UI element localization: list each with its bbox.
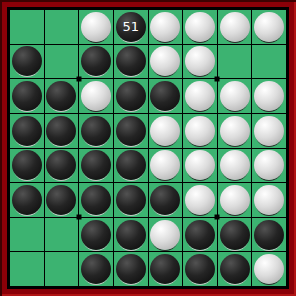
cell-d7[interactable]: [114, 218, 148, 252]
white-disc: [220, 12, 250, 42]
white-disc: [185, 81, 215, 111]
cell-d3[interactable]: [114, 79, 148, 113]
black-disc: [116, 46, 146, 76]
cell-f2[interactable]: [183, 45, 217, 79]
white-disc: [254, 254, 284, 284]
cell-g8[interactable]: [218, 252, 252, 286]
black-disc: [185, 220, 215, 250]
cell-f4[interactable]: [183, 114, 217, 148]
cell-e4[interactable]: [149, 114, 183, 148]
black-disc: [81, 220, 111, 250]
white-disc: [254, 150, 284, 180]
cell-b6[interactable]: [45, 183, 79, 217]
white-disc: [150, 116, 180, 146]
cell-d1[interactable]: 51: [114, 10, 148, 44]
cell-b2[interactable]: [45, 45, 79, 79]
black-disc: [46, 81, 76, 111]
cell-h2[interactable]: [252, 45, 286, 79]
white-disc: [254, 116, 284, 146]
white-disc: [81, 12, 111, 42]
black-disc: [220, 254, 250, 284]
cell-a8[interactable]: [10, 252, 44, 286]
star-point: [77, 77, 82, 82]
cell-c2[interactable]: [79, 45, 113, 79]
white-disc: [185, 185, 215, 215]
black-disc: [12, 116, 42, 146]
cell-a7[interactable]: [10, 218, 44, 252]
black-disc: [46, 116, 76, 146]
white-disc: [150, 46, 180, 76]
black-disc: [81, 116, 111, 146]
cell-f1[interactable]: [183, 10, 217, 44]
black-disc: [116, 150, 146, 180]
black-disc: [81, 46, 111, 76]
cell-f6[interactable]: [183, 183, 217, 217]
cell-c4[interactable]: [79, 114, 113, 148]
black-disc: [12, 46, 42, 76]
cell-g6[interactable]: [218, 183, 252, 217]
cell-b4[interactable]: [45, 114, 79, 148]
black-disc: [46, 185, 76, 215]
cell-e1[interactable]: [149, 10, 183, 44]
white-disc: [254, 12, 284, 42]
cell-f7[interactable]: [183, 218, 217, 252]
black-disc: [220, 220, 250, 250]
cell-c6[interactable]: [79, 183, 113, 217]
black-disc: [150, 254, 180, 284]
white-disc: [220, 116, 250, 146]
black-disc: [116, 254, 146, 284]
cell-e5[interactable]: [149, 149, 183, 183]
black-disc: [81, 150, 111, 180]
cell-g4[interactable]: [218, 114, 252, 148]
cell-f3[interactable]: [183, 79, 217, 113]
cell-h8[interactable]: [252, 252, 286, 286]
cell-g1[interactable]: [218, 10, 252, 44]
cell-b3[interactable]: [45, 79, 79, 113]
black-disc: [81, 185, 111, 215]
black-disc: 51: [116, 12, 146, 42]
cell-g7[interactable]: [218, 218, 252, 252]
cell-d5[interactable]: [114, 149, 148, 183]
star-point: [215, 77, 220, 82]
white-disc: [220, 81, 250, 111]
cell-a4[interactable]: [10, 114, 44, 148]
cell-h1[interactable]: [252, 10, 286, 44]
black-disc: [116, 81, 146, 111]
cell-b7[interactable]: [45, 218, 79, 252]
white-disc: [185, 150, 215, 180]
cell-e7[interactable]: [149, 218, 183, 252]
cell-h5[interactable]: [252, 149, 286, 183]
cell-c8[interactable]: [79, 252, 113, 286]
cell-d6[interactable]: [114, 183, 148, 217]
cell-c7[interactable]: [79, 218, 113, 252]
white-disc: [254, 185, 284, 215]
cell-e8[interactable]: [149, 252, 183, 286]
cell-a6[interactable]: [10, 183, 44, 217]
cell-b8[interactable]: [45, 252, 79, 286]
black-disc: [12, 81, 42, 111]
star-point: [77, 215, 82, 220]
black-disc: [116, 220, 146, 250]
cell-d2[interactable]: [114, 45, 148, 79]
cell-c1[interactable]: [79, 10, 113, 44]
cell-b5[interactable]: [45, 149, 79, 183]
white-disc: [150, 12, 180, 42]
cell-h3[interactable]: [252, 79, 286, 113]
cell-c3[interactable]: [79, 79, 113, 113]
black-disc: [254, 220, 284, 250]
board-inner-border: 51: [7, 7, 289, 289]
black-disc: [116, 185, 146, 215]
cell-e3[interactable]: [149, 79, 183, 113]
black-disc: [150, 81, 180, 111]
cell-a2[interactable]: [10, 45, 44, 79]
white-disc: [185, 12, 215, 42]
black-disc: [12, 185, 42, 215]
board-frame: 51: [0, 0, 296, 296]
cell-d4[interactable]: [114, 114, 148, 148]
cell-h4[interactable]: [252, 114, 286, 148]
white-disc: [254, 81, 284, 111]
white-disc: [220, 185, 250, 215]
cell-g5[interactable]: [218, 149, 252, 183]
cell-a5[interactable]: [10, 149, 44, 183]
cell-c5[interactable]: [79, 149, 113, 183]
cell-g2[interactable]: [218, 45, 252, 79]
white-disc: [150, 150, 180, 180]
cell-e2[interactable]: [149, 45, 183, 79]
white-disc: [81, 81, 111, 111]
white-disc: [150, 220, 180, 250]
cell-f5[interactable]: [183, 149, 217, 183]
cell-a1[interactable]: [10, 10, 44, 44]
white-disc: [220, 150, 250, 180]
cell-g3[interactable]: [218, 79, 252, 113]
white-disc: [185, 46, 215, 76]
star-point: [215, 215, 220, 220]
black-disc: [12, 150, 42, 180]
black-disc: [46, 150, 76, 180]
cell-f8[interactable]: [183, 252, 217, 286]
black-disc: [150, 185, 180, 215]
last-move-number: 51: [122, 20, 139, 33]
cell-h6[interactable]: [252, 183, 286, 217]
cell-a3[interactable]: [10, 79, 44, 113]
cell-d8[interactable]: [114, 252, 148, 286]
white-disc: [185, 116, 215, 146]
othello-board: 51: [10, 10, 286, 286]
cell-b1[interactable]: [45, 10, 79, 44]
black-disc: [81, 254, 111, 284]
cell-h7[interactable]: [252, 218, 286, 252]
black-disc: [116, 116, 146, 146]
cell-e6[interactable]: [149, 183, 183, 217]
black-disc: [185, 254, 215, 284]
